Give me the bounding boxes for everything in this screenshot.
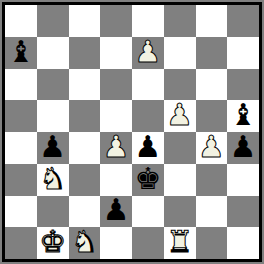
square-e5[interactable]: [132, 100, 164, 132]
piece-black-king[interactable]: ♚: [134, 164, 161, 194]
square-f3[interactable]: [164, 164, 196, 196]
square-e7[interactable]: ♟: [132, 37, 164, 69]
square-e8[interactable]: [132, 5, 164, 37]
square-a7[interactable]: ♝: [5, 37, 37, 69]
piece-black-pawn[interactable]: ♟: [103, 195, 130, 225]
square-h7[interactable]: [227, 37, 259, 69]
square-g2[interactable]: [196, 196, 228, 228]
square-g6[interactable]: [196, 69, 228, 101]
square-d8[interactable]: [100, 5, 132, 37]
piece-black-bishop[interactable]: ♝: [7, 37, 34, 67]
piece-white-rook[interactable]: ♜: [166, 227, 193, 257]
square-d7[interactable]: [100, 37, 132, 69]
piece-white-pawn[interactable]: ♟: [198, 132, 225, 162]
piece-black-pawn[interactable]: ♟: [39, 132, 66, 162]
piece-white-pawn[interactable]: ♟: [134, 37, 161, 67]
square-c7[interactable]: [69, 37, 101, 69]
piece-black-pawn[interactable]: ♟: [230, 132, 257, 162]
square-b6[interactable]: [37, 69, 69, 101]
square-a5[interactable]: [5, 100, 37, 132]
square-h1[interactable]: [227, 227, 259, 259]
square-h5[interactable]: ♝: [227, 100, 259, 132]
square-g1[interactable]: [196, 227, 228, 259]
piece-white-knight[interactable]: ♞: [71, 227, 98, 257]
square-f2[interactable]: [164, 196, 196, 228]
square-a3[interactable]: [5, 164, 37, 196]
square-g8[interactable]: [196, 5, 228, 37]
piece-white-pawn[interactable]: ♟: [166, 100, 193, 130]
square-h2[interactable]: [227, 196, 259, 228]
square-c1[interactable]: ♞: [69, 227, 101, 259]
square-h8[interactable]: [227, 5, 259, 37]
square-a2[interactable]: [5, 196, 37, 228]
piece-white-king[interactable]: ♚: [39, 227, 66, 257]
square-b8[interactable]: [37, 5, 69, 37]
board-outer-frame: ♝♟♟♝♟♟♟♟♟♞♚♟♚♞♜: [0, 0, 264, 264]
square-e2[interactable]: [132, 196, 164, 228]
square-c8[interactable]: [69, 5, 101, 37]
piece-black-pawn[interactable]: ♟: [134, 132, 161, 162]
square-g5[interactable]: [196, 100, 228, 132]
square-c4[interactable]: [69, 132, 101, 164]
square-b1[interactable]: ♚: [37, 227, 69, 259]
board-border-line: ♝♟♟♝♟♟♟♟♟♞♚♟♚♞♜: [2, 2, 262, 262]
square-f7[interactable]: [164, 37, 196, 69]
square-e4[interactable]: ♟: [132, 132, 164, 164]
square-h3[interactable]: [227, 164, 259, 196]
square-h4[interactable]: ♟: [227, 132, 259, 164]
piece-white-pawn[interactable]: ♟: [103, 132, 130, 162]
square-b3[interactable]: ♞: [37, 164, 69, 196]
square-e3[interactable]: ♚: [132, 164, 164, 196]
square-g3[interactable]: [196, 164, 228, 196]
square-g4[interactable]: ♟: [196, 132, 228, 164]
square-f1[interactable]: ♜: [164, 227, 196, 259]
square-g7[interactable]: [196, 37, 228, 69]
square-f4[interactable]: [164, 132, 196, 164]
square-e1[interactable]: [132, 227, 164, 259]
piece-black-bishop[interactable]: ♝: [230, 100, 257, 130]
square-b7[interactable]: [37, 37, 69, 69]
square-f5[interactable]: ♟: [164, 100, 196, 132]
square-d1[interactable]: [100, 227, 132, 259]
square-b2[interactable]: [37, 196, 69, 228]
square-d3[interactable]: [100, 164, 132, 196]
square-a4[interactable]: [5, 132, 37, 164]
square-b4[interactable]: ♟: [37, 132, 69, 164]
square-d2[interactable]: ♟: [100, 196, 132, 228]
square-c6[interactable]: [69, 69, 101, 101]
square-d4[interactable]: ♟: [100, 132, 132, 164]
square-a8[interactable]: [5, 5, 37, 37]
square-a1[interactable]: [5, 227, 37, 259]
square-d6[interactable]: [100, 69, 132, 101]
square-c3[interactable]: [69, 164, 101, 196]
square-e6[interactable]: [132, 69, 164, 101]
square-c2[interactable]: [69, 196, 101, 228]
square-b5[interactable]: [37, 100, 69, 132]
square-a6[interactable]: [5, 69, 37, 101]
square-h6[interactable]: [227, 69, 259, 101]
chessboard: ♝♟♟♝♟♟♟♟♟♞♚♟♚♞♜: [5, 5, 259, 259]
square-f8[interactable]: [164, 5, 196, 37]
piece-white-knight[interactable]: ♞: [39, 164, 66, 194]
square-f6[interactable]: [164, 69, 196, 101]
square-d5[interactable]: [100, 100, 132, 132]
square-c5[interactable]: [69, 100, 101, 132]
